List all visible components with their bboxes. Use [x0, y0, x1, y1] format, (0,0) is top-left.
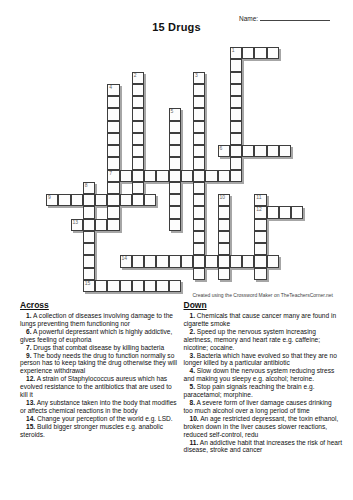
clue-item: 4. Slow down the nervous system reducing… [184, 367, 343, 383]
clue-number: 7 [109, 171, 112, 176]
crossword-cell[interactable] [169, 133, 181, 145]
crossword-cell[interactable] [169, 255, 181, 267]
crossword-cell[interactable] [107, 157, 119, 169]
clue-item: 3. Bacteria which have evolved so that t… [184, 352, 343, 368]
clue-number: 11 [256, 195, 261, 200]
crossword-cell[interactable] [156, 255, 168, 267]
clue-number: 6 [220, 146, 223, 151]
crossword-cell[interactable] [218, 206, 230, 218]
crossword-cell[interactable] [193, 84, 205, 96]
crossword-cell[interactable] [132, 194, 144, 206]
crossword-cell[interactable] [254, 243, 266, 255]
crossword-cell[interactable] [169, 182, 181, 194]
clue-item: 11. An addictive habit that increases th… [184, 439, 343, 455]
down-list: 1. Chemicals that cause cancer many are … [184, 312, 343, 454]
clue-item: 1. Chemicals that cause cancer many are … [184, 312, 343, 328]
crossword-cell[interactable]: 6 [218, 145, 230, 157]
credit-line: Created using the Crossword Maker on The… [192, 292, 333, 298]
crossword-cell[interactable] [107, 96, 119, 108]
crossword-cell[interactable] [95, 219, 107, 231]
crossword-cell[interactable] [169, 194, 181, 206]
crossword-cell[interactable]: 4 [107, 84, 119, 96]
crossword-cell[interactable] [230, 145, 242, 157]
crossword-cell[interactable] [205, 170, 217, 182]
crossword-cell[interactable] [132, 170, 144, 182]
crossword-cell[interactable] [83, 243, 95, 255]
crossword-cell[interactable] [193, 133, 205, 145]
crossword-cell[interactable]: 5 [169, 108, 181, 120]
crossword-cell[interactable] [144, 255, 156, 267]
crossword-cell[interactable]: 12 [254, 206, 266, 218]
crossword-cell[interactable] [230, 121, 242, 133]
crossword-cell[interactable] [193, 268, 205, 280]
crossword-cell[interactable]: 13 [71, 219, 83, 231]
clue-number: 8 [85, 183, 88, 188]
crossword-cell[interactable]: 8 [83, 182, 95, 194]
across-list: 1. A collection of diseases involving da… [20, 312, 179, 439]
crossword-cell[interactable] [181, 255, 193, 267]
crossword-cell[interactable] [132, 108, 144, 120]
crossword-cell[interactable]: 2 [132, 72, 144, 84]
crossword-cell[interactable] [83, 268, 95, 280]
crossword-cell[interactable] [230, 133, 242, 145]
crossword-cell[interactable] [254, 145, 266, 157]
crossword-cell[interactable] [83, 219, 95, 231]
crossword-cell[interactable] [144, 194, 156, 206]
clue-item: 12. A strain of Staphylococcus aureus wh… [20, 375, 179, 399]
clue-item: 8. A severe form of liver damage causes … [184, 399, 343, 415]
crossword-cell[interactable] [120, 170, 132, 182]
clue-number: 15 [85, 281, 91, 286]
crossword-cell[interactable] [254, 255, 266, 267]
crossword-cell[interactable]: 11 [254, 194, 266, 206]
crossword-cell[interactable] [230, 96, 242, 108]
worksheet-page: Name: 15 Drugs 123456789101112131415 Cre… [0, 0, 353, 500]
name-blank-line[interactable] [260, 13, 330, 21]
crossword-cell[interactable] [193, 206, 205, 218]
crossword-cell[interactable]: 1 [230, 47, 242, 59]
across-header: Across [20, 300, 179, 310]
crossword-cell[interactable] [279, 206, 291, 218]
crossword-cell[interactable] [254, 219, 266, 231]
crossword-cell[interactable] [169, 219, 181, 231]
crossword-cell[interactable] [193, 255, 205, 267]
crossword-cell[interactable] [267, 255, 279, 267]
crossword-cell[interactable] [193, 231, 205, 243]
crossword-cell[interactable] [242, 47, 254, 59]
down-clues: Down 1. Chemicals that cause cancer many… [184, 300, 343, 454]
crossword-cell[interactable] [144, 280, 156, 292]
clue-item: 6. A powerful depressant which is highly… [20, 328, 179, 344]
crossword-cell[interactable] [169, 206, 181, 218]
crossword-cell[interactable] [169, 121, 181, 133]
crossword-cell[interactable] [193, 182, 205, 194]
crossword-cell[interactable] [254, 47, 266, 59]
crossword-cell[interactable] [120, 280, 132, 292]
crossword-cell[interactable]: 3 [193, 72, 205, 84]
crossword-cell[interactable] [242, 145, 254, 157]
crossword-cell[interactable] [169, 157, 181, 169]
crossword-cell[interactable] [107, 194, 119, 206]
crossword-cell[interactable] [132, 96, 144, 108]
crossword-cell[interactable] [156, 170, 168, 182]
down-header: Down [184, 300, 343, 310]
crossword-cell[interactable] [230, 255, 242, 267]
crossword-cell[interactable] [107, 280, 119, 292]
clue-item: 5. Stop pain signals reaching the brain … [184, 383, 343, 399]
crossword-cell[interactable] [107, 219, 119, 231]
crossword-cell[interactable] [193, 157, 205, 169]
clue-item: 14. Change your perception of the world … [20, 415, 179, 423]
crossword-cell[interactable] [169, 145, 181, 157]
crossword-cell[interactable] [193, 194, 205, 206]
clue-item: 10. An age restricted depressant, the to… [184, 415, 343, 439]
crossword-cell[interactable] [132, 280, 144, 292]
crossword-cell[interactable] [267, 47, 279, 59]
crossword-cell[interactable] [193, 96, 205, 108]
crossword-cell[interactable] [107, 133, 119, 145]
crossword-cell[interactable] [230, 157, 242, 169]
crossword-cell[interactable] [218, 219, 230, 231]
crossword-cell[interactable] [58, 194, 70, 206]
crossword-cell[interactable] [230, 59, 242, 71]
crossword-cell[interactable] [120, 194, 132, 206]
clue-number: 4 [109, 85, 112, 90]
clue-item: 15. Build bigger stronger muscles e.g. a… [20, 423, 179, 439]
crossword-cell[interactable] [132, 133, 144, 145]
clues-section: Across 1. A collection of diseases invol… [20, 300, 342, 454]
clue-item: 13. Any substance taken into the body th… [20, 399, 179, 415]
crossword-cell[interactable] [71, 194, 83, 206]
crossword-cell[interactable] [169, 280, 181, 292]
crossword-cell[interactable] [132, 84, 144, 96]
crossword-cell[interactable] [267, 206, 279, 218]
crossword-cell[interactable]: 9 [46, 194, 58, 206]
crossword-cell[interactable] [279, 145, 291, 157]
crossword-cell[interactable] [230, 84, 242, 96]
crossword-cell[interactable] [242, 255, 254, 267]
crossword-cell[interactable] [83, 206, 95, 218]
crossword-cell[interactable] [107, 145, 119, 157]
crossword-cell[interactable] [218, 170, 230, 182]
crossword-cell[interactable] [267, 145, 279, 157]
clue-number: 12 [256, 207, 262, 212]
clue-number: 14 [122, 256, 128, 261]
crossword-cell[interactable] [83, 194, 95, 206]
crossword-cell[interactable] [83, 255, 95, 267]
clue-item: 1. A collection of diseases involving da… [20, 312, 179, 328]
crossword-cell[interactable] [254, 231, 266, 243]
crossword-cell[interactable] [230, 108, 242, 120]
crossword-cell[interactable] [169, 170, 181, 182]
crossword-cell[interactable] [83, 231, 95, 243]
crossword-cell[interactable] [95, 194, 107, 206]
crossword-cell[interactable] [132, 255, 144, 267]
crossword-cell[interactable]: 15 [83, 280, 95, 292]
clue-number: 1 [232, 48, 235, 53]
crossword-cell[interactable] [193, 121, 205, 133]
clue-number: 9 [48, 195, 51, 200]
crossword-cell[interactable] [218, 231, 230, 243]
clue-item: 9. The body needs the drug to function n… [20, 352, 179, 376]
crossword-cell[interactable] [230, 72, 242, 84]
crossword-cell[interactable] [107, 108, 119, 120]
crossword-cell[interactable] [193, 170, 205, 182]
crossword-cell[interactable]: 14 [120, 255, 132, 267]
crossword-cell[interactable] [181, 170, 193, 182]
clue-number: 3 [195, 73, 198, 78]
crossword-cell[interactable] [218, 255, 230, 267]
clue-number: 13 [73, 220, 79, 225]
clue-item: 2. Speed up the nervous system increasin… [184, 328, 343, 352]
crossword-cell[interactable] [107, 206, 119, 218]
clue-item: 7. Drugs that combat disease by killing … [20, 344, 179, 352]
crossword-cell[interactable] [156, 280, 168, 292]
crossword-cell[interactable] [193, 108, 205, 120]
crossword-cell[interactable] [132, 145, 144, 157]
crossword-cell[interactable] [144, 170, 156, 182]
crossword-cell[interactable] [132, 121, 144, 133]
page-title: 15 Drugs [0, 21, 353, 33]
crossword-cell[interactable] [193, 219, 205, 231]
crossword-cell[interactable] [254, 268, 266, 280]
crossword-cell[interactable]: 7 [107, 170, 119, 182]
crossword-cell[interactable] [193, 145, 205, 157]
clue-number: 5 [171, 109, 174, 114]
across-clues: Across 1. A collection of diseases invol… [20, 300, 179, 454]
crossword-cell[interactable] [218, 268, 230, 280]
crossword-cell[interactable] [107, 121, 119, 133]
clue-number: 10 [220, 195, 226, 200]
crossword-cell[interactable] [230, 170, 242, 182]
crossword-cell[interactable] [107, 182, 119, 194]
crossword-cell[interactable] [193, 243, 205, 255]
crossword-cell[interactable] [291, 206, 303, 218]
crossword-cell[interactable] [132, 157, 144, 169]
crossword-cell[interactable] [132, 182, 144, 194]
crossword-cell[interactable] [205, 255, 217, 267]
clue-number: 2 [134, 73, 137, 78]
crossword-grid: 123456789101112131415 [46, 47, 303, 292]
crossword-cell[interactable] [218, 243, 230, 255]
crossword-cell[interactable] [95, 280, 107, 292]
crossword-cell[interactable]: 10 [218, 194, 230, 206]
